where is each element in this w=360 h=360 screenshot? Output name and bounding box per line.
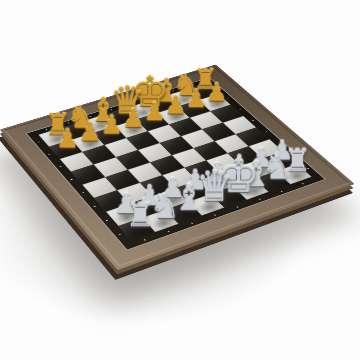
gold-pawn[interactable]: ♟ xyxy=(184,86,208,111)
gold-pawn[interactable]: ♟ xyxy=(205,80,229,105)
gold-pawn[interactable]: ♟ xyxy=(78,119,103,145)
gold-pawn[interactable]: ♟ xyxy=(143,99,167,124)
chess-set-photo: ♜♞♝♛♚♝♞♜♟♟♟♟♟♟♟♟♟♟♟♟♟♟♟♟♜♞♝♛♚♝♞♜ xyxy=(0,0,360,360)
gold-pawn[interactable]: ♟ xyxy=(100,112,125,138)
silver-rook[interactable]: ♜ xyxy=(126,199,153,231)
gold-pawn[interactable]: ♟ xyxy=(164,93,188,118)
gold-pawn[interactable]: ♟ xyxy=(121,105,145,130)
gold-pawn[interactable]: ♟ xyxy=(55,126,80,152)
